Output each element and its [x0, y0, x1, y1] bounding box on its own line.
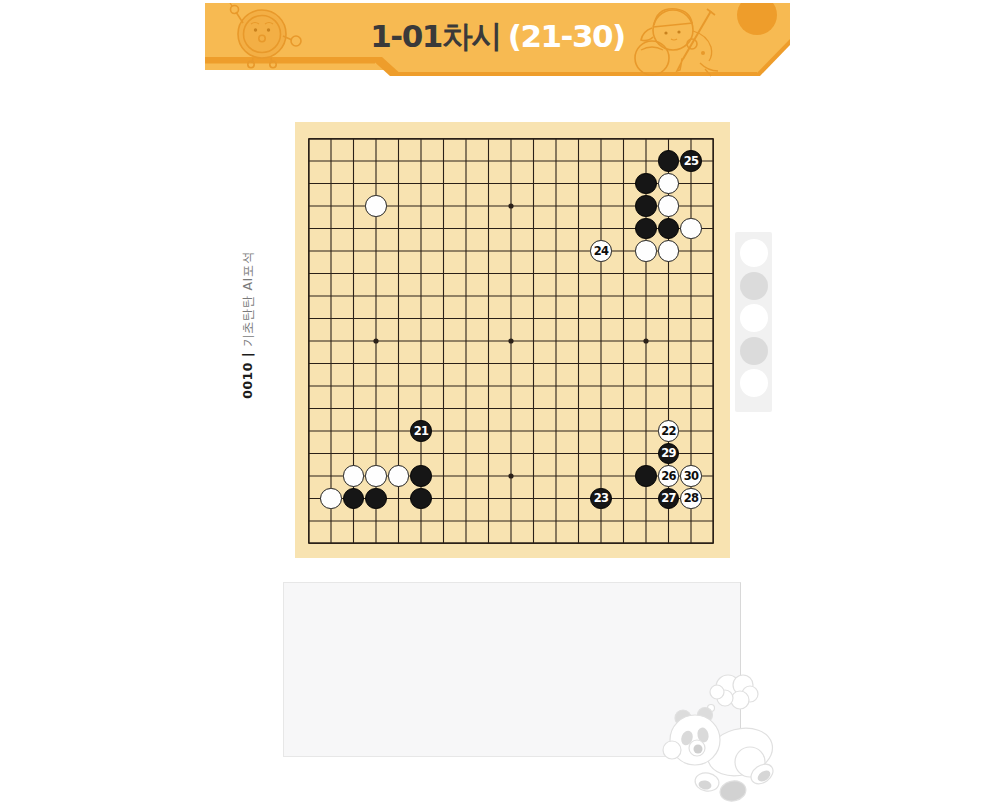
panda-mascot-illustration — [645, 670, 775, 804]
lesson-code: 0010 — [240, 362, 255, 399]
black-stone-move-21: 21 — [410, 420, 431, 441]
black-stone — [658, 218, 679, 239]
white-stone-move-28: 28 — [680, 488, 701, 509]
page-title: 1-01차시(21-30) — [205, 16, 790, 58]
white-stone — [343, 465, 364, 486]
white-stone — [635, 240, 656, 261]
black-stone — [635, 173, 656, 194]
stone-strip — [735, 232, 772, 412]
thought-bubble-icon — [705, 675, 759, 716]
black-stone — [365, 488, 386, 509]
black-stone — [635, 218, 656, 239]
black-stone — [343, 488, 364, 509]
black-stone — [658, 150, 679, 171]
strip-stone-5 — [740, 369, 768, 397]
white-stone-move-26: 26 — [658, 465, 679, 486]
black-stone — [635, 195, 656, 216]
move-range: (21-30) — [508, 18, 625, 54]
black-stone — [635, 465, 656, 486]
black-stone — [410, 488, 431, 509]
lesson-header: 1-01차시(21-30) — [205, 3, 790, 77]
series-title: 기초탄탄 AI포석 — [240, 251, 255, 347]
white-stone — [365, 195, 386, 216]
lesson-code-label: 0010|기초탄탄 AI포석 — [240, 251, 257, 399]
white-stone-move-24: 24 — [590, 240, 611, 261]
white-stone — [680, 218, 701, 239]
strip-stone-4 — [740, 337, 768, 365]
black-stone-move-25: 25 — [680, 150, 701, 171]
white-stone — [365, 465, 386, 486]
black-stone-move-29: 29 — [658, 443, 679, 464]
label-divider: | — [240, 352, 255, 357]
strip-stone-3 — [740, 304, 768, 332]
white-stone — [320, 488, 341, 509]
white-stone — [658, 195, 679, 216]
white-stone — [388, 465, 409, 486]
stones-layer: 25242122292630232728 — [297, 127, 725, 555]
white-stone-move-22: 22 — [658, 420, 679, 441]
strip-stone-1 — [740, 239, 768, 267]
strip-stone-2 — [740, 272, 768, 300]
black-stone-move-27: 27 — [658, 488, 679, 509]
go-board: 25242122292630232728 — [295, 122, 730, 558]
black-stone-move-23: 23 — [590, 488, 611, 509]
white-stone — [658, 173, 679, 194]
white-stone — [658, 240, 679, 261]
black-stone — [410, 465, 431, 486]
lesson-number: 1-01차시 — [370, 18, 501, 54]
white-stone-move-30: 30 — [680, 465, 701, 486]
